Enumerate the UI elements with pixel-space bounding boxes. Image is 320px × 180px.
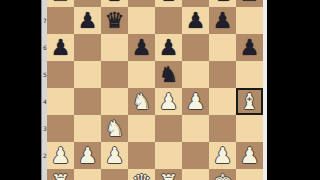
black-queen[interactable]: ♛ [101,7,128,34]
black-knight[interactable]: ♞ [155,61,182,88]
square-c3[interactable]: ♞ [101,115,128,142]
square-a2[interactable]: ♟ [47,142,74,169]
square-g1[interactable]: ♚ [209,169,236,180]
square-g4[interactable] [209,88,236,115]
square-f7[interactable]: ♟ [182,7,209,34]
black-pawn[interactable]: ♟ [128,34,155,61]
square-h5[interactable] [236,61,263,88]
square-c7[interactable]: ♛ [101,7,128,34]
square-b1[interactable] [74,169,101,180]
square-g2[interactable]: ♟ [209,142,236,169]
square-f5[interactable] [182,61,209,88]
square-f1[interactable] [182,169,209,180]
square-f3[interactable] [182,115,209,142]
white-queen[interactable]: ♛ [128,169,155,180]
square-a6[interactable]: ♟ [47,34,74,61]
square-h6[interactable]: ♟ [236,34,263,61]
square-h2[interactable]: ♟ [236,142,263,169]
square-h8[interactable]: ♜ [236,0,263,7]
white-pawn[interactable]: ♟ [155,88,182,115]
square-f8[interactable] [182,0,209,7]
white-rook[interactable]: ♜ [155,169,182,180]
black-rook[interactable]: ♜ [236,0,263,7]
square-d1[interactable]: ♛ [128,169,155,180]
square-g5[interactable] [209,61,236,88]
square-b3[interactable] [74,115,101,142]
square-a8[interactable]: ♜ [47,0,74,7]
black-pawn[interactable]: ♟ [236,34,263,61]
square-a3[interactable] [47,115,74,142]
square-e5[interactable]: ♞ [155,61,182,88]
black-pawn[interactable]: ♟ [182,7,209,34]
black-bishop[interactable]: ♝ [101,0,128,7]
square-f6[interactable] [182,34,209,61]
square-g8[interactable]: ♞ [209,0,236,7]
square-b6[interactable] [74,34,101,61]
square-d4[interactable]: ♞ [128,88,155,115]
square-a4[interactable] [47,88,74,115]
square-a7[interactable] [47,7,74,34]
square-b2[interactable]: ♟ [74,142,101,169]
white-knight[interactable]: ♞ [101,115,128,142]
square-a5[interactable] [47,61,74,88]
square-d3[interactable] [128,115,155,142]
square-g3[interactable] [209,115,236,142]
square-d2[interactable] [128,142,155,169]
white-pawn[interactable]: ♟ [236,142,263,169]
white-pawn[interactable]: ♟ [47,142,74,169]
square-b4[interactable] [74,88,101,115]
square-c2[interactable]: ♟ [101,142,128,169]
square-e3[interactable] [155,115,182,142]
square-h1[interactable] [236,169,263,180]
square-f2[interactable] [182,142,209,169]
square-e4[interactable]: ♟ [155,88,182,115]
square-d7[interactable] [128,7,155,34]
white-pawn[interactable]: ♟ [209,142,236,169]
white-pawn[interactable]: ♟ [74,142,101,169]
square-e7[interactable] [155,7,182,34]
square-a1[interactable]: ♜ [47,169,74,180]
square-g7[interactable]: ♟ [209,7,236,34]
black-pawn[interactable]: ♟ [47,34,74,61]
black-pawn[interactable]: ♟ [209,7,236,34]
square-g6[interactable] [209,34,236,61]
square-e8[interactable]: ♚ [155,0,182,7]
square-b7[interactable]: ♟ [74,7,101,34]
white-pawn[interactable]: ♟ [101,142,128,169]
square-c8[interactable]: ♝ [101,0,128,7]
black-knight[interactable]: ♞ [209,0,236,7]
square-e2[interactable] [155,142,182,169]
white-pawn[interactable]: ♟ [182,88,209,115]
chess-board: ♜♝♚♞♜♟♛♟♟♟♟♟♟♞♞♟♟♝♞♟♟♟♟♟♜♛♜♚ [47,0,263,180]
black-king[interactable]: ♚ [155,0,182,7]
white-king[interactable]: ♚ [209,169,236,180]
black-pawn[interactable]: ♟ [74,7,101,34]
square-b8[interactable] [74,0,101,7]
square-c5[interactable] [101,61,128,88]
square-d8[interactable] [128,0,155,7]
square-d5[interactable] [128,61,155,88]
square-c6[interactable] [101,34,128,61]
square-h3[interactable] [236,115,263,142]
square-c4[interactable] [101,88,128,115]
square-f4[interactable]: ♟ [182,88,209,115]
black-rook[interactable]: ♜ [47,0,74,7]
white-rook[interactable]: ♜ [47,169,74,180]
board-right-edge [263,0,267,180]
square-e1[interactable]: ♜ [155,169,182,180]
white-knight[interactable]: ♞ [128,88,155,115]
square-h7[interactable] [236,7,263,34]
square-c1[interactable] [101,169,128,180]
black-pawn[interactable]: ♟ [155,34,182,61]
square-b5[interactable] [74,61,101,88]
square-e6[interactable]: ♟ [155,34,182,61]
square-d6[interactable]: ♟ [128,34,155,61]
white-bishop[interactable]: ♝ [236,88,263,115]
square-h4[interactable]: ♝ [236,88,263,115]
